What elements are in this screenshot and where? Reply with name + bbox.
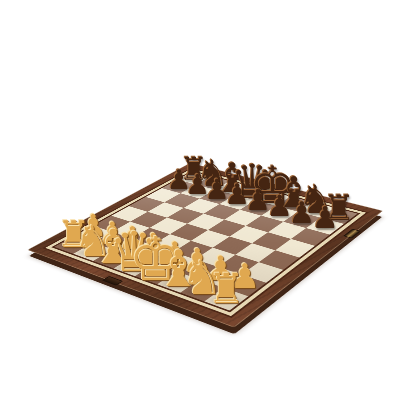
piece-black-pawn-h7[interactable]: ♟ xyxy=(311,203,338,233)
product-photo-background: { "game": "chess", "scene": "wooden fold… xyxy=(0,0,400,400)
pieces-layer: ♜♞♟♝♟♛♟♚♟♝♟♞♟♜♟♟♟♟♜♟♞♟♝♟♛♟♚♟♝♟♞♜ xyxy=(0,0,400,400)
piece-white-rook-h1[interactable]: ♜ xyxy=(208,268,245,310)
